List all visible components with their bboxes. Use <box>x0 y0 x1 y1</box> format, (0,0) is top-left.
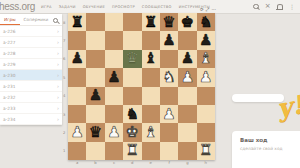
list-item[interactable]: a-232› <box>0 92 62 103</box>
rank-label: 2 <box>63 130 65 135</box>
nav-item-1[interactable]: ИГРА <box>41 5 52 9</box>
piece-white-pawn: ♟ <box>70 124 83 139</box>
search-icon[interactable] <box>253 4 259 10</box>
square-d2[interactable]: ♚ <box>123 123 141 141</box>
piece-black-king: ♚ <box>181 14 194 29</box>
square-h1[interactable]: ♜ <box>197 142 215 160</box>
mascot-logo: y! <box>275 90 300 123</box>
square-d3[interactable]: ♞ <box>123 105 141 123</box>
square-d4[interactable] <box>123 87 141 105</box>
piece-black-pawn: ♟ <box>162 33 175 48</box>
square-c2[interactable]: ♟ <box>105 123 123 141</box>
square-h8[interactable]: ♞ <box>197 13 215 31</box>
list-item-label: a-226 <box>3 29 15 34</box>
menu-icon[interactable]: ⋮ <box>289 4 295 10</box>
file-label: d <box>123 160 141 165</box>
list-item-label: a-234 <box>3 117 15 122</box>
square-c4[interactable] <box>105 87 123 105</box>
square-g1[interactable] <box>178 142 196 160</box>
piece-black-pawn: ♟ <box>107 69 120 84</box>
square-e3[interactable] <box>142 105 160 123</box>
square-a1[interactable] <box>68 142 86 160</box>
square-a5[interactable] <box>68 68 86 86</box>
file-label: b <box>86 160 104 165</box>
square-f2[interactable] <box>160 123 178 141</box>
nav-item-3[interactable]: ОБУЧЕНИЕ <box>83 5 105 9</box>
chevron-right-icon: › <box>57 62 59 67</box>
piece-white-bishop: ♝ <box>144 124 157 139</box>
main-nav: ИГРАЗАДАЧИОБУЧЕНИЕПРОСМОТРСООБЩЕСТВОИНСТ… <box>41 5 210 9</box>
site-logo[interactable]: hess.org <box>0 1 35 12</box>
square-b8[interactable] <box>86 13 104 31</box>
square-f3[interactable]: ♟ <box>160 105 178 123</box>
square-e6[interactable]: ♝ <box>142 50 160 68</box>
piece-white-pawn: ♟ <box>107 124 120 139</box>
square-h3[interactable] <box>197 105 215 123</box>
file-label: g <box>178 160 196 165</box>
nav-item-5[interactable]: СООБЩЕСТВО <box>142 5 172 9</box>
square-c3[interactable] <box>105 105 123 123</box>
rank-label: 8 <box>63 20 65 25</box>
square-f6[interactable] <box>160 50 178 68</box>
square-a7[interactable] <box>68 31 86 49</box>
piece-white-bishop: ♝ <box>199 51 212 66</box>
square-b6[interactable] <box>86 50 104 68</box>
list-item[interactable]: a-230› <box>0 70 62 81</box>
piece-black-pawn: ♟ <box>181 51 194 66</box>
square-b2[interactable]: ♛ <box>86 123 104 141</box>
square-g3[interactable] <box>178 105 196 123</box>
piece-black-pawn: ♟ <box>89 88 102 103</box>
square-e5[interactable] <box>142 68 160 86</box>
square-e2[interactable]: ♝ <box>142 123 160 141</box>
tab-opponents[interactable]: Соперники <box>20 14 53 25</box>
list-item-label: a-233 <box>3 106 15 111</box>
rank-labels: 87654321 <box>63 13 65 160</box>
square-c6[interactable] <box>105 50 123 68</box>
chevron-right-icon: › <box>57 117 59 122</box>
square-c1[interactable] <box>105 142 123 160</box>
list-item[interactable]: a-234› <box>0 114 62 125</box>
sidebar-search-icon[interactable] <box>53 18 59 24</box>
chess-board[interactable]: ♜♜♛♚♞♟♟♟♛♝♟♝♟♞♟♟♟♞♟♟♛♟♚♝♜♜ <box>68 13 215 160</box>
square-b5[interactable] <box>86 68 104 86</box>
piece-black-knight: ♞ <box>199 14 212 29</box>
square-e1[interactable] <box>142 142 160 160</box>
square-g2[interactable] <box>178 123 196 141</box>
square-d6[interactable]: ♛ <box>123 50 141 68</box>
file-labels: abcdefgh <box>68 160 215 165</box>
chevron-right-icon: › <box>57 84 59 89</box>
square-e7[interactable] <box>142 31 160 49</box>
chevron-right-icon: › <box>57 73 59 78</box>
square-g6[interactable]: ♟ <box>178 50 196 68</box>
rank-label: 7 <box>63 38 65 43</box>
piece-black-pawn: ♟ <box>199 33 212 48</box>
list-item-label: a-231 <box>3 84 15 89</box>
bell-icon[interactable] <box>277 4 284 9</box>
piece-white-knight: ♞ <box>162 69 175 84</box>
chevron-right-icon: › <box>57 95 59 100</box>
square-f4[interactable] <box>160 87 178 105</box>
header-icons: × ⋮ <box>253 0 295 13</box>
file-label: a <box>68 160 86 165</box>
square-h4[interactable] <box>197 87 215 105</box>
rank-label: 5 <box>63 75 65 80</box>
square-h6[interactable]: ♝ <box>197 50 215 68</box>
square-g4[interactable] <box>178 87 196 105</box>
chevron-right-icon: › <box>57 51 59 56</box>
square-b7[interactable] <box>86 31 104 49</box>
piece-black-knight: ♞ <box>126 106 139 121</box>
square-d8[interactable] <box>123 13 141 31</box>
square-d5[interactable] <box>123 68 141 86</box>
list-item[interactable]: a-226› <box>0 26 62 37</box>
square-a3[interactable] <box>68 105 86 123</box>
nav-item-4[interactable]: ПРОСМОТР <box>112 5 135 9</box>
list-item[interactable]: a-228› <box>0 48 62 59</box>
square-c7[interactable] <box>105 31 123 49</box>
square-d1[interactable]: ♜ <box>123 142 141 160</box>
list-item-label: a-229 <box>3 62 15 67</box>
square-a2[interactable]: ♟ <box>68 123 86 141</box>
piece-black-queen: ♛ <box>162 14 175 29</box>
sidebar-tabs: Игры Соперники <box>0 14 62 26</box>
list-item[interactable]: a-227› <box>0 37 62 48</box>
move-status-panel[interactable]: Ваш ход сделайте свой ход <box>232 131 300 168</box>
file-label: f <box>160 160 178 165</box>
close-icon[interactable]: × <box>265 3 271 10</box>
chevron-right-icon: › <box>57 106 59 111</box>
piece-white-king: ♚ <box>126 124 139 139</box>
square-h2[interactable] <box>197 123 215 141</box>
rank-label: 1 <box>63 148 65 153</box>
ghost-queen: ♛ <box>126 51 139 66</box>
nav-item-2[interactable]: ЗАДАЧИ <box>59 5 76 9</box>
rank-label: 3 <box>63 112 65 117</box>
square-a8[interactable]: ♜ <box>68 13 86 31</box>
square-f8[interactable]: ♛ <box>160 13 178 31</box>
square-a4[interactable] <box>68 87 86 105</box>
piece-white-rook: ♜ <box>126 143 139 158</box>
chevron-right-icon: › <box>57 40 59 45</box>
piece-black-pawn: ♟ <box>70 51 83 66</box>
piece-white-rook: ♜ <box>199 143 212 158</box>
app-window: hess.org ИГРАЗАДАЧИОБУЧЕНИЕПРОСМОТРСООБЩ… <box>0 0 300 168</box>
rank-label: 6 <box>63 56 65 61</box>
file-label: h <box>197 160 215 165</box>
status-subtitle: сделайте свой ход <box>240 146 300 151</box>
square-c5[interactable]: ♟ <box>105 68 123 86</box>
piece-black-queen: ♛ <box>89 124 102 139</box>
square-e8[interactable]: ♜ <box>142 13 160 31</box>
list-item-label: a-228 <box>3 51 15 56</box>
list-item[interactable]: a-229› <box>0 59 62 70</box>
status-title: Ваш ход <box>240 137 300 143</box>
games-sidebar: Игры Соперники a-226›a-227›a-228›a-229›a… <box>0 14 62 125</box>
square-g5[interactable]: ♟ <box>178 68 196 86</box>
piece-black-rook: ♜ <box>144 14 157 29</box>
list-item-label: a-230 <box>3 73 15 78</box>
square-b3[interactable] <box>86 105 104 123</box>
list-item[interactable]: a-231› <box>0 81 62 92</box>
square-f1[interactable] <box>160 142 178 160</box>
square-g7[interactable] <box>178 31 196 49</box>
piece-white-pawn: ♟ <box>199 69 212 84</box>
piece-white-pawn: ♟ <box>162 106 175 121</box>
list-item-label: a-227 <box>3 40 15 45</box>
chevron-right-icon: › <box>57 29 59 34</box>
piece-black-bishop: ♝ <box>144 51 157 66</box>
square-a6[interactable]: ♟ <box>68 50 86 68</box>
list-item[interactable]: a-233› <box>0 103 62 114</box>
square-b4[interactable]: ♟ <box>86 87 104 105</box>
rank-label: 4 <box>63 93 65 98</box>
square-h7[interactable]: ♟ <box>197 31 215 49</box>
list-item-label: a-232 <box>3 95 15 100</box>
square-c8[interactable] <box>105 13 123 31</box>
square-f7[interactable]: ♟ <box>160 31 178 49</box>
square-d7[interactable] <box>123 31 141 49</box>
file-label: e <box>142 160 160 165</box>
games-list: a-226›a-227›a-228›a-229›a-230›a-231›a-23… <box>0 26 62 125</box>
square-b1[interactable] <box>86 142 104 160</box>
tab-games[interactable]: Игры <box>0 14 20 25</box>
file-label: c <box>105 160 123 165</box>
piece-white-pawn: ♟ <box>181 69 194 84</box>
square-g8[interactable]: ♚ <box>178 13 196 31</box>
piece-black-rook: ♜ <box>70 14 83 29</box>
square-e4[interactable] <box>142 87 160 105</box>
square-h5[interactable]: ♟ <box>197 68 215 86</box>
square-f5[interactable]: ♞ <box>160 68 178 86</box>
